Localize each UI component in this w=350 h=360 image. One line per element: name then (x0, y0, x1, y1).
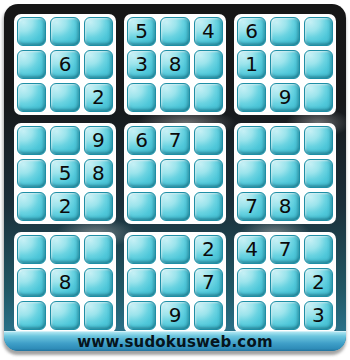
cell-digit: 5 (59, 163, 72, 183)
cell-r5c6[interactable] (194, 159, 223, 188)
cell-r7c7[interactable]: 4 (237, 235, 266, 264)
sudoku-widget: 6254386199582677882794723 www.sudokusweb… (4, 4, 346, 351)
cell-r5c3[interactable]: 8 (84, 159, 113, 188)
cell-r9c5[interactable]: 9 (160, 301, 189, 330)
cell-digit: 4 (202, 21, 215, 41)
cell-r2c2[interactable]: 6 (50, 50, 79, 79)
cell-digit: 2 (312, 272, 325, 292)
box-4: 9582 (14, 123, 116, 224)
cell-digit: 7 (169, 130, 182, 150)
cell-r1c9[interactable] (304, 17, 333, 46)
cell-r1c5[interactable] (160, 17, 189, 46)
cell-r7c8[interactable]: 7 (270, 235, 299, 264)
cell-r6c8[interactable]: 8 (270, 192, 299, 221)
cell-r6c7[interactable]: 7 (237, 192, 266, 221)
box-5: 67 (124, 123, 226, 224)
cell-digit: 3 (135, 54, 148, 74)
cell-r8c5[interactable] (160, 268, 189, 297)
cell-r9c1[interactable] (17, 301, 46, 330)
cell-r1c4[interactable]: 5 (127, 17, 156, 46)
box-8: 279 (124, 232, 226, 333)
box-6: 78 (234, 123, 336, 224)
cell-r1c7[interactable]: 6 (237, 17, 266, 46)
cell-r1c2[interactable] (50, 17, 79, 46)
cell-r2c4[interactable]: 3 (127, 50, 156, 79)
cell-r3c7[interactable] (237, 83, 266, 112)
cell-r8c2[interactable]: 8 (50, 268, 79, 297)
box-2: 5438 (124, 14, 226, 115)
cell-r6c1[interactable] (17, 192, 46, 221)
cell-r5c5[interactable] (160, 159, 189, 188)
cell-r5c1[interactable] (17, 159, 46, 188)
cell-r9c6[interactable] (194, 301, 223, 330)
footer-bar: www.sudokusweb.com (4, 331, 346, 351)
cell-r3c5[interactable] (160, 83, 189, 112)
cell-r4c9[interactable] (304, 126, 333, 155)
cell-digit: 6 (135, 130, 148, 150)
cell-r7c9[interactable] (304, 235, 333, 264)
cell-r5c4[interactable] (127, 159, 156, 188)
cell-digit: 2 (202, 239, 215, 259)
website-url[interactable]: www.sudokusweb.com (77, 333, 272, 351)
cell-r7c5[interactable] (160, 235, 189, 264)
cell-digit: 5 (135, 21, 148, 41)
cell-digit: 6 (59, 54, 72, 74)
cell-r3c8[interactable]: 9 (270, 83, 299, 112)
cell-r7c4[interactable] (127, 235, 156, 264)
cell-r6c2[interactable]: 2 (50, 192, 79, 221)
cell-digit: 3 (312, 305, 325, 325)
cell-r3c6[interactable] (194, 83, 223, 112)
cell-r2c6[interactable] (194, 50, 223, 79)
cell-r4c1[interactable] (17, 126, 46, 155)
cell-r9c4[interactable] (127, 301, 156, 330)
cell-r5c7[interactable] (237, 159, 266, 188)
cell-r4c3[interactable]: 9 (84, 126, 113, 155)
cell-r5c8[interactable] (270, 159, 299, 188)
cell-r3c3[interactable]: 2 (84, 83, 113, 112)
cell-r2c3[interactable] (84, 50, 113, 79)
cell-r3c1[interactable] (17, 83, 46, 112)
box-7: 8 (14, 232, 116, 333)
cell-r4c4[interactable]: 6 (127, 126, 156, 155)
cell-r9c3[interactable] (84, 301, 113, 330)
cell-digit: 2 (59, 196, 72, 216)
cell-digit: 9 (92, 130, 105, 150)
cell-r8c6[interactable]: 7 (194, 268, 223, 297)
cell-r2c7[interactable]: 1 (237, 50, 266, 79)
cell-digit: 7 (279, 239, 292, 259)
cell-r7c2[interactable] (50, 235, 79, 264)
cell-r6c3[interactable] (84, 192, 113, 221)
cell-r1c6[interactable]: 4 (194, 17, 223, 46)
cell-r2c5[interactable]: 8 (160, 50, 189, 79)
cell-r1c1[interactable] (17, 17, 46, 46)
cell-r4c5[interactable]: 7 (160, 126, 189, 155)
box-3: 619 (234, 14, 336, 115)
cell-r2c9[interactable] (304, 50, 333, 79)
cell-r1c3[interactable] (84, 17, 113, 46)
cell-r6c6[interactable] (194, 192, 223, 221)
sudoku-board: 6254386199582677882794723 (14, 14, 336, 333)
cell-digit: 4 (245, 239, 258, 259)
cell-digit: 8 (169, 54, 182, 74)
cell-digit: 7 (202, 272, 215, 292)
cell-r6c5[interactable] (160, 192, 189, 221)
cell-r8c8[interactable] (270, 268, 299, 297)
cell-r4c8[interactable] (270, 126, 299, 155)
cell-digit: 6 (245, 21, 258, 41)
cell-r9c9[interactable]: 3 (304, 301, 333, 330)
cell-digit: 7 (245, 196, 258, 216)
cell-r4c7[interactable] (237, 126, 266, 155)
cell-r6c4[interactable] (127, 192, 156, 221)
cell-r7c3[interactable] (84, 235, 113, 264)
cell-digit: 8 (279, 196, 292, 216)
cell-r3c4[interactable] (127, 83, 156, 112)
box-9: 4723 (234, 232, 336, 333)
cell-r6c9[interactable] (304, 192, 333, 221)
cell-r5c9[interactable] (304, 159, 333, 188)
cell-digit: 1 (245, 54, 258, 74)
cell-digit: 9 (169, 305, 182, 325)
cell-r8c9[interactable]: 2 (304, 268, 333, 297)
cell-r5c2[interactable]: 5 (50, 159, 79, 188)
box-1: 62 (14, 14, 116, 115)
cell-r2c8[interactable] (270, 50, 299, 79)
cell-r3c9[interactable] (304, 83, 333, 112)
cell-digit: 8 (92, 163, 105, 183)
cell-r2c1[interactable] (17, 50, 46, 79)
cell-digit: 2 (92, 87, 105, 107)
cell-digit: 9 (279, 87, 292, 107)
cell-digit: 8 (59, 272, 72, 292)
cell-r4c6[interactable] (194, 126, 223, 155)
cell-r8c4[interactable] (127, 268, 156, 297)
cell-r8c3[interactable] (84, 268, 113, 297)
cell-r7c1[interactable] (17, 235, 46, 264)
cell-r9c7[interactable] (237, 301, 266, 330)
cell-r9c8[interactable] (270, 301, 299, 330)
cell-r8c7[interactable] (237, 268, 266, 297)
cell-r9c2[interactable] (50, 301, 79, 330)
cell-r1c8[interactable] (270, 17, 299, 46)
cell-r7c6[interactable]: 2 (194, 235, 223, 264)
cell-r3c2[interactable] (50, 83, 79, 112)
cell-r4c2[interactable] (50, 126, 79, 155)
cell-r8c1[interactable] (17, 268, 46, 297)
